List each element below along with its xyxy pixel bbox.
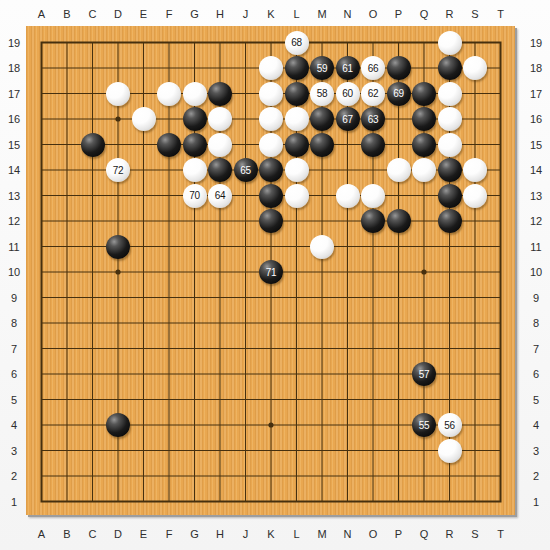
stone-white [336,184,360,208]
move-number: 66 [361,56,385,80]
row-label-left: 11 [8,241,19,252]
row-label-left: 19 [8,37,20,48]
row-label-left: 10 [8,267,20,278]
column-label-top: P [395,9,402,20]
row-label-left: 16 [8,114,20,125]
stone-white-move-70: 70 [183,184,207,208]
stone-white [438,107,462,131]
row-label-right: 8 [533,318,539,329]
column-label-bottom: A [38,529,45,540]
stone-white [438,133,462,157]
row-label-left: 15 [8,139,20,150]
column-label-bottom: M [317,529,326,540]
stone-white [157,82,181,106]
stone-black [259,158,283,182]
row-label-right: 18 [530,63,542,74]
row-label-right: 15 [530,139,542,150]
stone-white [463,56,487,80]
move-number: 64 [208,184,232,208]
stone-white [183,82,207,106]
go-diagram: ABCDEFGHJKLMNOPQRST ABCDEFGHJKLMNOPQRST … [0,0,550,550]
stone-black-move-57: 57 [412,362,436,386]
move-number: 58 [310,82,334,106]
stone-white [285,184,309,208]
stone-black-move-59: 59 [310,56,334,80]
column-label-top: F [166,9,173,20]
column-label-top: Q [420,9,429,20]
stone-white [259,133,283,157]
move-number: 57 [412,362,436,386]
stone-black [285,133,309,157]
column-label-bottom: D [114,529,122,540]
row-label-left: 2 [11,471,17,482]
column-label-bottom: Q [420,529,429,540]
stone-black-move-69: 69 [387,82,411,106]
move-number: 56 [438,413,462,437]
stone-white-move-58: 58 [310,82,334,106]
row-label-right: 10 [530,267,542,278]
stone-black [259,184,283,208]
stone-black [183,133,207,157]
row-label-right: 6 [533,369,539,380]
stone-black [285,82,309,106]
stone-white [259,82,283,106]
column-label-top: G [190,9,199,20]
stone-black [310,107,334,131]
column-label-bottom: R [446,529,454,540]
stone-white [132,107,156,131]
column-label-bottom: K [267,529,274,540]
stone-white [387,158,411,182]
column-label-top: C [89,9,97,20]
column-label-top: O [369,9,378,20]
column-label-bottom: G [190,529,199,540]
column-label-top: B [63,9,70,20]
row-label-left: 18 [8,63,20,74]
column-label-top: R [446,9,454,20]
stone-white [310,235,334,259]
stone-white-move-60: 60 [336,82,360,106]
star-point [115,269,120,274]
stone-black [361,133,385,157]
stone-black [438,209,462,233]
stone-white [285,107,309,131]
stone-black-move-65: 65 [234,158,258,182]
column-label-bottom: B [63,529,70,540]
stone-white-move-62: 62 [361,82,385,106]
stone-white [208,107,232,131]
row-label-right: 12 [530,216,542,227]
row-label-left: 13 [8,190,20,201]
stone-black [310,133,334,157]
row-label-right: 14 [530,165,542,176]
stone-white [106,82,130,106]
column-label-bottom: T [497,529,504,540]
row-label-right: 19 [530,37,542,48]
stone-white [259,56,283,80]
stone-white [285,158,309,182]
move-number: 60 [336,82,360,106]
row-label-right: 11 [530,241,541,252]
stone-black [387,209,411,233]
column-label-bottom: J [243,529,249,540]
stone-black-move-55: 55 [412,413,436,437]
column-label-top: E [140,9,147,20]
stone-white-move-72: 72 [106,158,130,182]
stone-black-move-67: 67 [336,107,360,131]
row-label-right: 17 [530,88,542,99]
row-label-right: 7 [533,343,539,354]
row-label-left: 9 [11,292,17,303]
row-label-left: 8 [11,318,17,329]
column-label-bottom: C [89,529,97,540]
stone-black [412,82,436,106]
column-label-top: M [317,9,326,20]
star-point [421,269,426,274]
stone-black [208,158,232,182]
move-number: 69 [387,82,411,106]
column-label-bottom: H [216,529,224,540]
stone-black [285,56,309,80]
column-label-top: A [38,9,45,20]
move-number: 61 [336,56,360,80]
column-label-top: J [243,9,249,20]
stone-white [438,439,462,463]
row-label-right: 5 [533,394,539,405]
row-label-left: 3 [11,445,17,456]
row-label-right: 16 [530,114,542,125]
move-number: 55 [412,413,436,437]
column-label-bottom: P [395,529,402,540]
stone-black [412,133,436,157]
stone-black [81,133,105,157]
row-label-left: 14 [8,165,20,176]
column-label-bottom: S [471,529,478,540]
move-number: 62 [361,82,385,106]
stone-black-move-71: 71 [259,260,283,284]
row-label-right: 1 [533,496,539,507]
star-point [115,116,120,121]
move-number: 70 [183,184,207,208]
column-label-top: D [114,9,122,20]
stone-white-move-64: 64 [208,184,232,208]
stone-white [412,158,436,182]
row-label-right: 9 [533,292,539,303]
row-label-right: 3 [533,445,539,456]
column-label-top: L [293,9,299,20]
column-label-bottom: L [293,529,299,540]
stone-black-move-61: 61 [336,56,360,80]
stone-black-move-63: 63 [361,107,385,131]
column-label-bottom: N [344,529,352,540]
stone-black [361,209,385,233]
column-label-top: N [344,9,352,20]
row-label-left: 17 [8,88,20,99]
stone-black [106,235,130,259]
stone-white [259,107,283,131]
row-label-right: 2 [533,471,539,482]
stone-white-move-66: 66 [361,56,385,80]
stone-black [438,158,462,182]
star-point [268,422,273,427]
row-label-right: 13 [530,190,542,201]
stone-black [438,56,462,80]
column-label-bottom: F [166,529,173,540]
stone-white-move-68: 68 [285,31,309,55]
move-number: 63 [361,107,385,131]
stone-black [412,107,436,131]
move-number: 71 [259,260,283,284]
move-number: 65 [234,158,258,182]
row-label-right: 4 [533,420,539,431]
stone-white [183,158,207,182]
stone-black [387,56,411,80]
stone-black [183,107,207,131]
move-number: 68 [285,31,309,55]
column-label-top: S [471,9,478,20]
column-label-top: K [267,9,274,20]
stone-white [463,184,487,208]
stone-white [208,133,232,157]
row-label-left: 12 [8,216,20,227]
stone-white [438,82,462,106]
stone-black [208,82,232,106]
move-number: 72 [106,158,130,182]
stone-black [438,184,462,208]
row-label-left: 5 [11,394,17,405]
row-label-left: 6 [11,369,17,380]
stone-black [106,413,130,437]
stone-white [438,31,462,55]
column-label-top: T [497,9,504,20]
column-label-bottom: E [140,529,147,540]
stone-white-move-56: 56 [438,413,462,437]
row-label-left: 1 [11,496,17,507]
stone-black [259,209,283,233]
row-label-left: 4 [11,420,17,431]
column-label-top: H [216,9,224,20]
column-label-bottom: O [369,529,378,540]
stone-white [463,158,487,182]
row-label-left: 7 [11,343,17,354]
stone-white [361,184,385,208]
move-number: 59 [310,56,334,80]
stone-black [157,133,181,157]
move-number: 67 [336,107,360,131]
